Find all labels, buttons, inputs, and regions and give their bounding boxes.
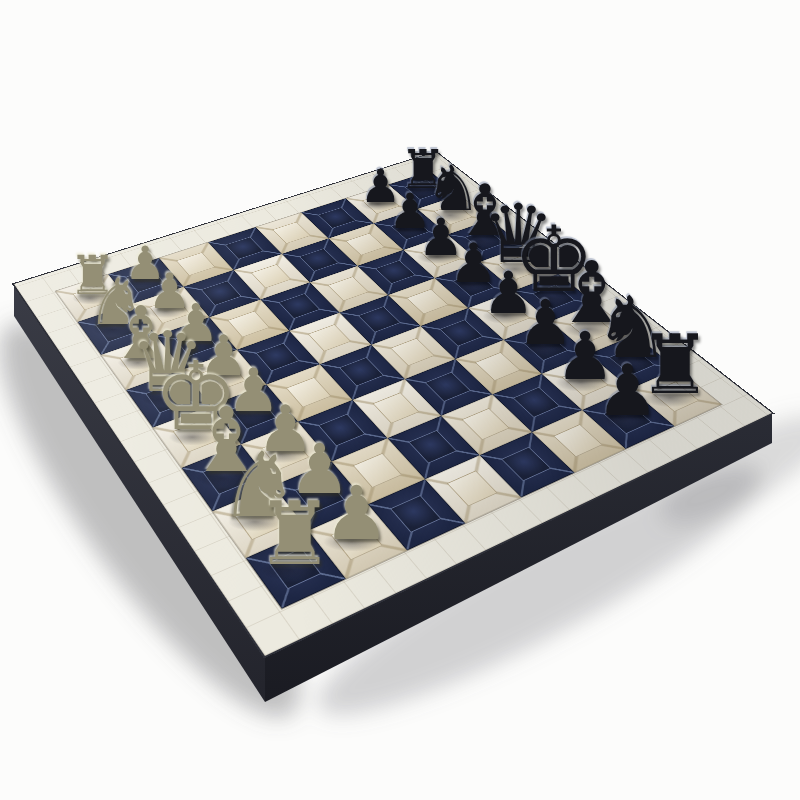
black-pawn-h7[interactable]: ♟ — [596, 357, 659, 428]
white-rook-h1[interactable]: ♜ — [256, 491, 334, 579]
chess-set-photo: ♜♞♝♛♚♝♞♜♟♟♟♟♟♟♟♟♟♟♟♟♟♟♟♟♜♞♝♛♚♝♞♜ — [0, 0, 800, 800]
